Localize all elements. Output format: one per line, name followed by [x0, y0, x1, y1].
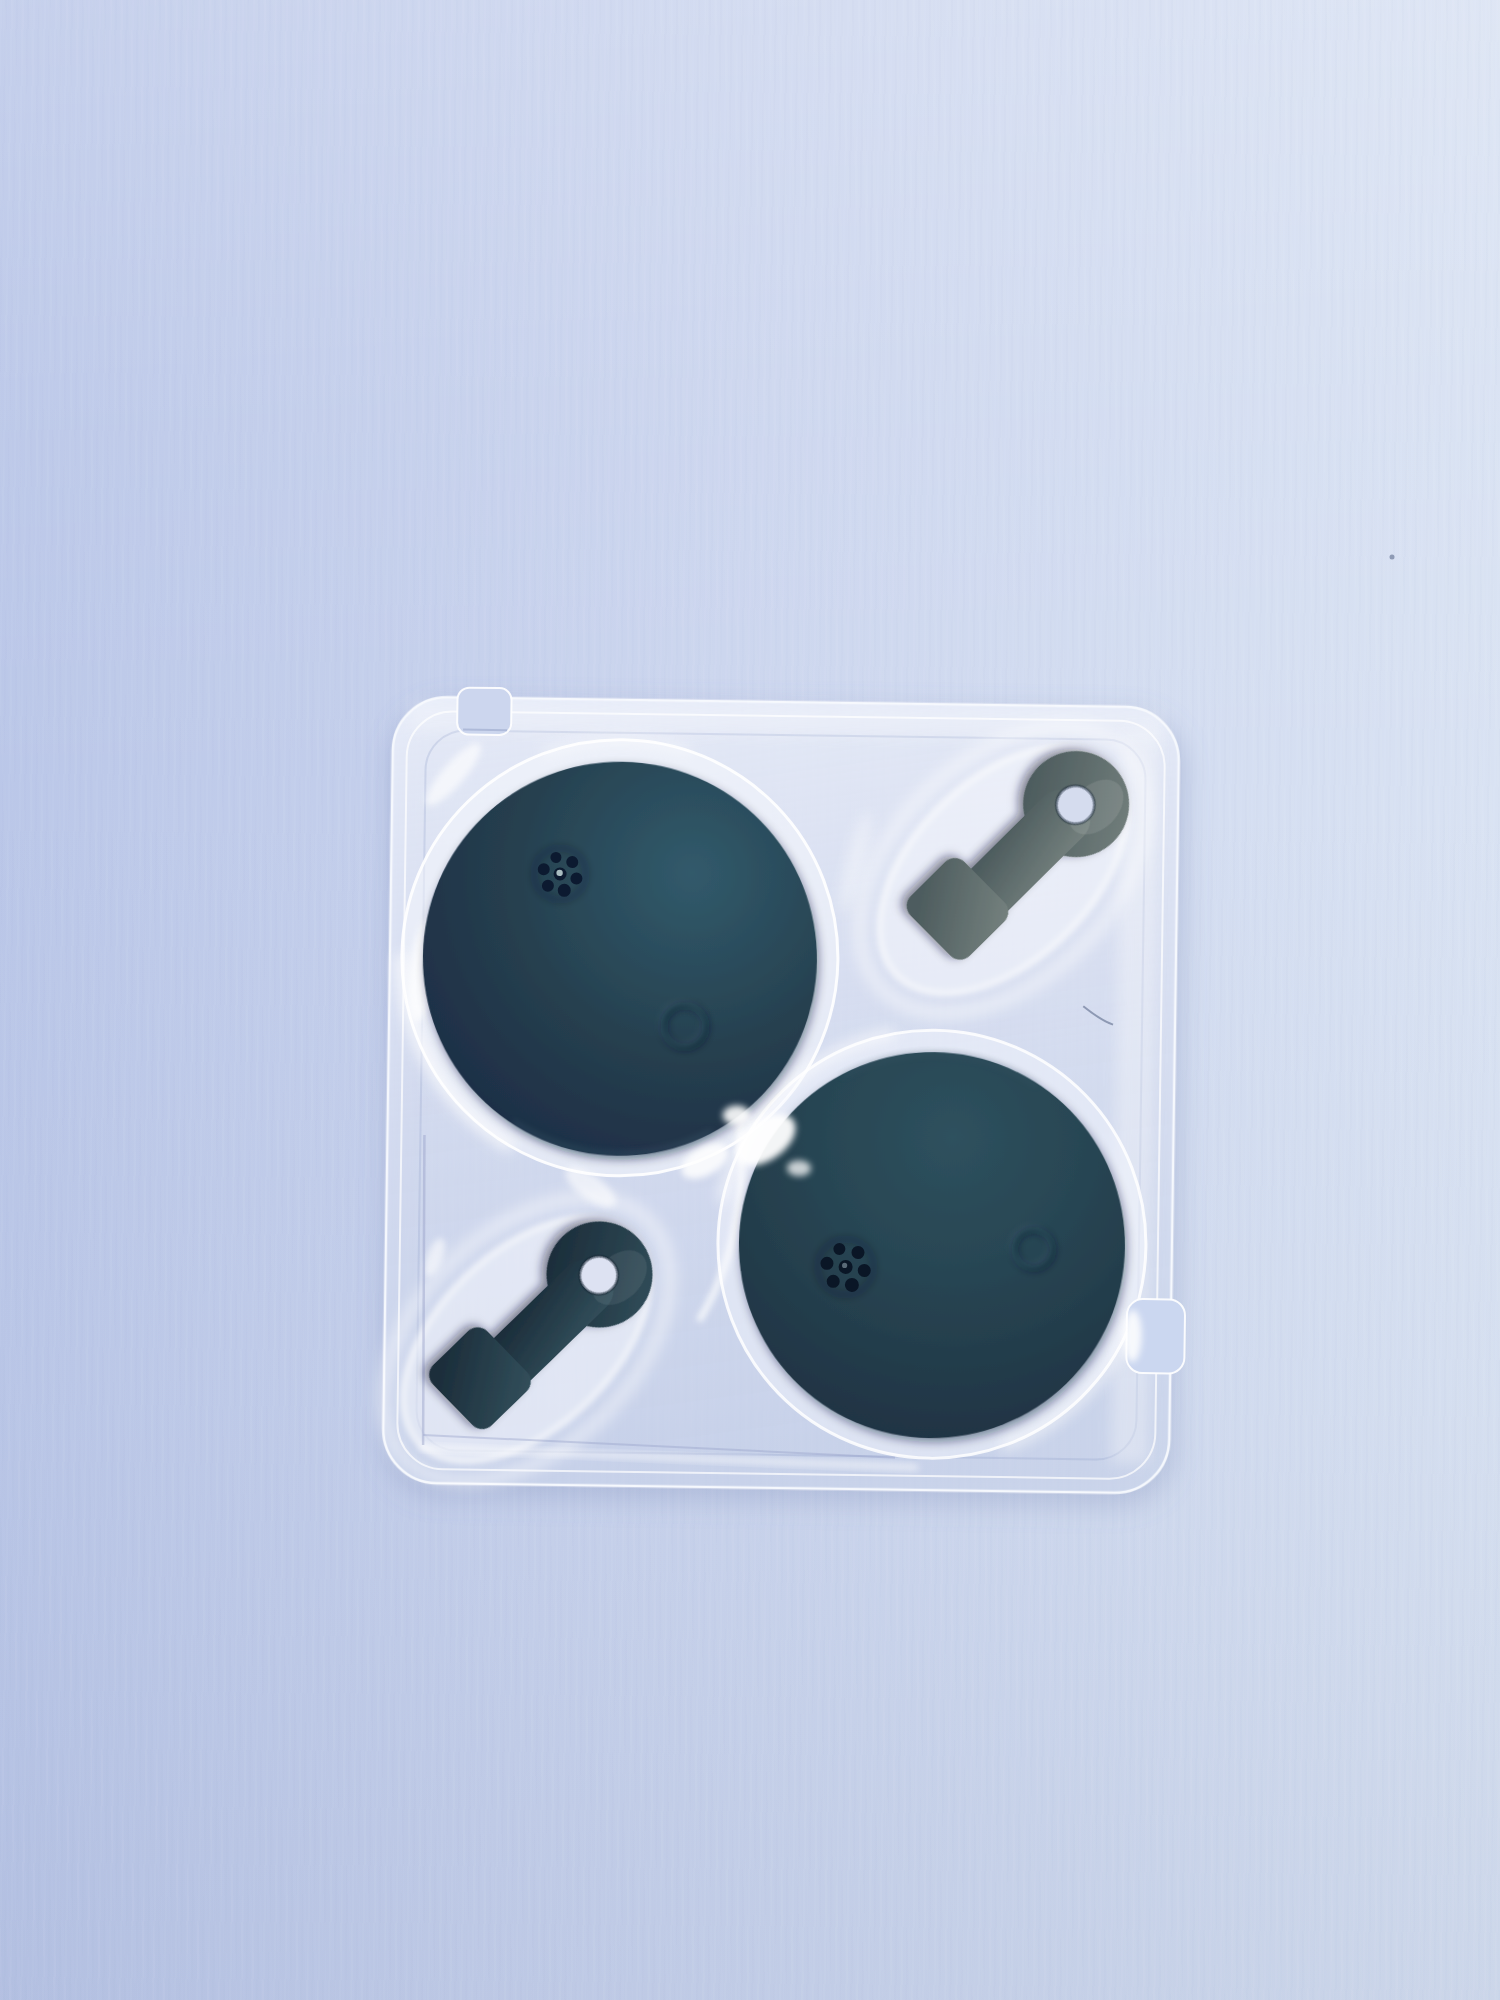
logo-slash-shadow: [685, 1005, 686, 1049]
paper-speck: [1390, 555, 1395, 560]
photo-canvas: { "scene": { "medium": "photograph", "vi…: [0, 0, 1500, 2000]
tray-notch-top-left: [457, 687, 512, 735]
logo-slash-shadow: [1034, 1230, 1035, 1270]
scene: [0, 0, 1500, 2000]
tray-notch-top-left-shadow: [463, 730, 507, 731]
blister-tray: [327, 662, 1203, 1545]
tracker-1-speaker-holes: [534, 848, 587, 901]
logo-slash-light: [681, 1005, 682, 1049]
logo-slash-light: [1030, 1230, 1031, 1270]
